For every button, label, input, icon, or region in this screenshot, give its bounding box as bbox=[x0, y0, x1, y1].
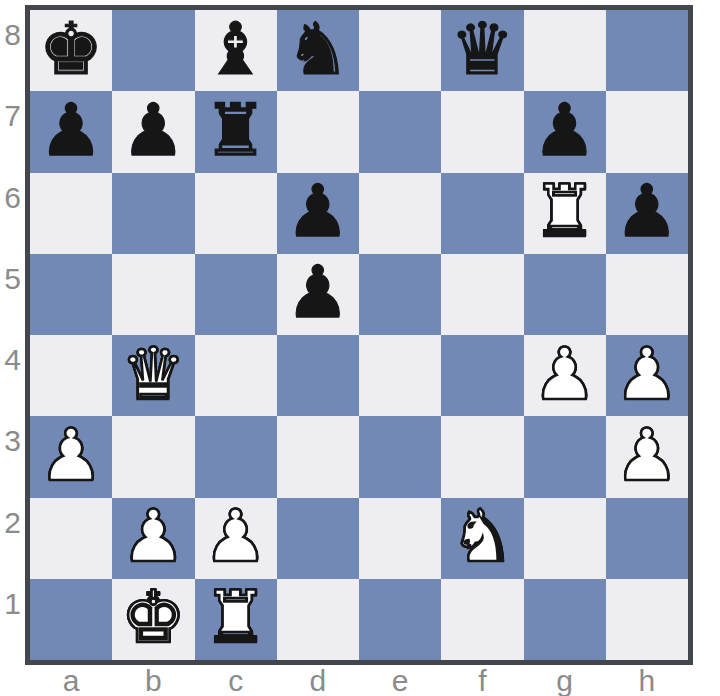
square-c2[interactable]: ♟ bbox=[195, 498, 277, 579]
square-h3[interactable]: ♟ bbox=[606, 416, 688, 497]
square-f6[interactable] bbox=[441, 173, 523, 254]
square-e7[interactable] bbox=[359, 91, 441, 172]
square-c4[interactable] bbox=[195, 335, 277, 416]
square-f8[interactable]: ♛ bbox=[441, 10, 523, 91]
square-a4[interactable] bbox=[30, 335, 112, 416]
square-f7[interactable] bbox=[441, 91, 523, 172]
file-label-d: d bbox=[277, 664, 359, 696]
square-h1[interactable] bbox=[606, 579, 688, 660]
square-e5[interactable] bbox=[359, 254, 441, 335]
square-g6[interactable]: ♜ bbox=[524, 173, 606, 254]
square-g7[interactable]: ♟ bbox=[524, 91, 606, 172]
piece-black-bishop[interactable]: ♝ bbox=[195, 8, 277, 89]
chess-app: 87654321 ♚♝♞♛♟♟♜♟♟♜♟♟♛♟♟♟♟♟♟♞♚♜ abcdefgh bbox=[0, 0, 720, 696]
rank-label-6: 6 bbox=[0, 173, 25, 254]
square-a7[interactable]: ♟ bbox=[30, 91, 112, 172]
file-labels: abcdefgh bbox=[30, 664, 688, 696]
square-e6[interactable] bbox=[359, 173, 441, 254]
square-h6[interactable]: ♟ bbox=[606, 173, 688, 254]
piece-white-pawn[interactable]: ♟ bbox=[524, 333, 606, 414]
square-d7[interactable] bbox=[277, 91, 359, 172]
piece-white-pawn[interactable]: ♟ bbox=[30, 414, 112, 495]
square-d3[interactable] bbox=[277, 416, 359, 497]
square-g5[interactable] bbox=[524, 254, 606, 335]
square-d5[interactable]: ♟ bbox=[277, 254, 359, 335]
file-label-c: c bbox=[195, 664, 277, 696]
board-frame: ♚♝♞♛♟♟♜♟♟♜♟♟♛♟♟♟♟♟♟♞♚♜ bbox=[25, 5, 693, 665]
file-label-a: a bbox=[30, 664, 112, 696]
piece-black-pawn[interactable]: ♟ bbox=[277, 252, 359, 333]
square-f3[interactable] bbox=[441, 416, 523, 497]
square-h7[interactable] bbox=[606, 91, 688, 172]
square-a2[interactable] bbox=[30, 498, 112, 579]
square-c7[interactable]: ♜ bbox=[195, 91, 277, 172]
square-c1[interactable]: ♜ bbox=[195, 579, 277, 660]
square-h2[interactable] bbox=[606, 498, 688, 579]
square-d2[interactable] bbox=[277, 498, 359, 579]
piece-white-pawn[interactable]: ♟ bbox=[606, 414, 688, 495]
square-f4[interactable] bbox=[441, 335, 523, 416]
square-d4[interactable] bbox=[277, 335, 359, 416]
file-label-h: h bbox=[606, 664, 688, 696]
piece-white-rook[interactable]: ♜ bbox=[195, 577, 277, 658]
square-e2[interactable] bbox=[359, 498, 441, 579]
file-label-g: g bbox=[524, 664, 606, 696]
square-f1[interactable] bbox=[441, 579, 523, 660]
piece-white-queen[interactable]: ♛ bbox=[112, 333, 194, 414]
square-a5[interactable] bbox=[30, 254, 112, 335]
square-e3[interactable] bbox=[359, 416, 441, 497]
square-b2[interactable]: ♟ bbox=[112, 498, 194, 579]
square-d8[interactable]: ♞ bbox=[277, 10, 359, 91]
piece-black-pawn[interactable]: ♟ bbox=[30, 89, 112, 170]
square-b3[interactable] bbox=[112, 416, 194, 497]
square-e4[interactable] bbox=[359, 335, 441, 416]
square-e1[interactable] bbox=[359, 579, 441, 660]
piece-black-pawn[interactable]: ♟ bbox=[277, 171, 359, 252]
square-g1[interactable] bbox=[524, 579, 606, 660]
square-c3[interactable] bbox=[195, 416, 277, 497]
square-g2[interactable] bbox=[524, 498, 606, 579]
chess-board: ♚♝♞♛♟♟♜♟♟♜♟♟♛♟♟♟♟♟♟♞♚♜ bbox=[30, 10, 688, 660]
piece-white-rook[interactable]: ♜ bbox=[524, 171, 606, 252]
square-f2[interactable]: ♞ bbox=[441, 498, 523, 579]
square-c6[interactable] bbox=[195, 173, 277, 254]
file-label-b: b bbox=[112, 664, 194, 696]
piece-black-queen[interactable]: ♛ bbox=[441, 8, 523, 89]
square-b6[interactable] bbox=[112, 173, 194, 254]
rank-label-4: 4 bbox=[0, 335, 25, 416]
square-a8[interactable]: ♚ bbox=[30, 10, 112, 91]
square-c5[interactable] bbox=[195, 254, 277, 335]
square-c8[interactable]: ♝ bbox=[195, 10, 277, 91]
square-f5[interactable] bbox=[441, 254, 523, 335]
square-b1[interactable]: ♚ bbox=[112, 579, 194, 660]
rank-label-1: 1 bbox=[0, 579, 25, 660]
piece-black-pawn[interactable]: ♟ bbox=[606, 171, 688, 252]
rank-label-3: 3 bbox=[0, 416, 25, 497]
piece-white-pawn[interactable]: ♟ bbox=[195, 496, 277, 577]
square-b4[interactable]: ♛ bbox=[112, 335, 194, 416]
square-e8[interactable] bbox=[359, 10, 441, 91]
square-d6[interactable]: ♟ bbox=[277, 173, 359, 254]
piece-black-pawn[interactable]: ♟ bbox=[112, 89, 194, 170]
piece-white-knight[interactable]: ♞ bbox=[441, 496, 523, 577]
square-a1[interactable] bbox=[30, 579, 112, 660]
piece-black-king[interactable]: ♚ bbox=[30, 8, 112, 89]
square-h8[interactable] bbox=[606, 10, 688, 91]
square-g8[interactable] bbox=[524, 10, 606, 91]
square-a3[interactable]: ♟ bbox=[30, 416, 112, 497]
square-b8[interactable] bbox=[112, 10, 194, 91]
rank-label-2: 2 bbox=[0, 498, 25, 579]
square-h5[interactable] bbox=[606, 254, 688, 335]
square-b5[interactable] bbox=[112, 254, 194, 335]
rank-label-8: 8 bbox=[0, 10, 25, 91]
square-g4[interactable]: ♟ bbox=[524, 335, 606, 416]
square-h4[interactable]: ♟ bbox=[606, 335, 688, 416]
piece-black-rook[interactable]: ♜ bbox=[195, 89, 277, 170]
rank-labels: 87654321 bbox=[0, 10, 25, 660]
rank-label-5: 5 bbox=[0, 254, 25, 335]
file-label-f: f bbox=[441, 664, 523, 696]
square-a6[interactable] bbox=[30, 173, 112, 254]
piece-white-king[interactable]: ♚ bbox=[112, 577, 194, 658]
piece-black-pawn[interactable]: ♟ bbox=[524, 89, 606, 170]
square-b7[interactable]: ♟ bbox=[112, 91, 194, 172]
square-d1[interactable] bbox=[277, 579, 359, 660]
piece-black-knight[interactable]: ♞ bbox=[277, 8, 359, 89]
square-g3[interactable] bbox=[524, 416, 606, 497]
rank-label-7: 7 bbox=[0, 91, 25, 172]
piece-white-pawn[interactable]: ♟ bbox=[606, 333, 688, 414]
piece-white-pawn[interactable]: ♟ bbox=[112, 496, 194, 577]
file-label-e: e bbox=[359, 664, 441, 696]
